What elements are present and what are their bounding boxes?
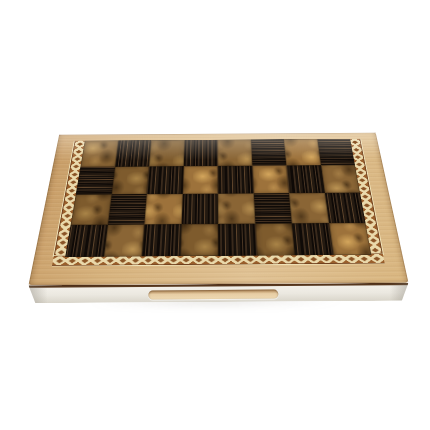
- board-square: [321, 165, 360, 193]
- inlay-motif: [307, 255, 321, 264]
- inlay-motif: [142, 256, 155, 265]
- board-square: [65, 224, 107, 257]
- board-square: [149, 140, 184, 166]
- inlay-motif: [103, 256, 117, 265]
- board-square: [317, 139, 355, 165]
- board-square: [142, 224, 181, 257]
- board-square: [286, 165, 324, 193]
- inlay-motif: [193, 255, 206, 264]
- product-photo: [0, 0, 430, 430]
- chess-board-case: [0, 0, 430, 430]
- board-square: [255, 223, 295, 256]
- checkerboard: [65, 139, 371, 257]
- inlay-motif: [116, 256, 130, 265]
- board-square: [115, 140, 151, 166]
- inlay-motif: [206, 255, 219, 264]
- board-square: [147, 166, 184, 194]
- board-square: [108, 194, 147, 224]
- board-square: [76, 166, 115, 194]
- board-square: [251, 139, 287, 165]
- inlay-motif: [129, 256, 142, 265]
- inlay-motif: [218, 255, 231, 264]
- board-square: [329, 223, 372, 256]
- board-square: [180, 224, 218, 257]
- inlay-motif: [231, 255, 244, 264]
- inlay-motif: [90, 256, 104, 265]
- inlay-motif: [370, 254, 384, 263]
- case-front-panel: [28, 283, 408, 304]
- board-square: [218, 223, 256, 256]
- board-square: [111, 166, 149, 194]
- board-square: [253, 193, 291, 223]
- inlay-motif: [320, 254, 334, 263]
- board-square: [218, 193, 255, 223]
- board-square: [289, 193, 329, 223]
- board-square: [183, 140, 217, 166]
- inlay-motif: [180, 255, 193, 264]
- inlay-motif: [154, 256, 167, 265]
- board-square: [71, 194, 112, 224]
- board-square: [284, 139, 321, 165]
- inlay-motif: [244, 255, 257, 264]
- board-square: [292, 223, 333, 256]
- board-square: [144, 194, 182, 224]
- handle-recess: [148, 290, 278, 300]
- inlay-motif: [269, 255, 282, 264]
- board-top: [28, 133, 408, 286]
- board-square: [80, 140, 118, 166]
- board-square: [181, 194, 218, 224]
- board-square: [182, 166, 218, 194]
- board-square: [217, 139, 251, 165]
- inlay-motif: [294, 255, 308, 264]
- board-square: [103, 224, 144, 257]
- inlay-motif: [256, 255, 269, 264]
- board-square: [218, 166, 254, 194]
- inlay-motif: [282, 255, 295, 264]
- board-square: [324, 193, 365, 223]
- board-square: [252, 165, 289, 193]
- inlay-motif: [167, 255, 180, 264]
